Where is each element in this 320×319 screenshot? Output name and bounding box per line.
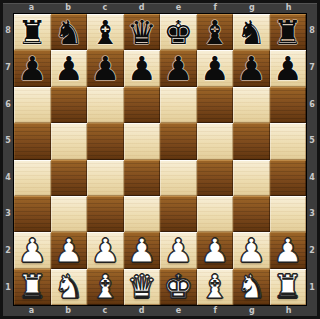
square-e2[interactable]: ♟ xyxy=(160,232,197,268)
file-label-a: a xyxy=(13,3,50,13)
rank-label-8: 8 xyxy=(3,13,13,50)
piece-black-rook[interactable]: ♜ xyxy=(17,16,47,49)
rank-label-8: 8 xyxy=(307,13,317,50)
piece-white-king[interactable]: ♚ xyxy=(163,270,193,303)
square-a4[interactable] xyxy=(14,160,51,196)
file-label-d: d xyxy=(123,3,160,13)
square-g8[interactable]: ♞ xyxy=(233,14,270,50)
file-label-d: d xyxy=(123,306,160,316)
piece-black-pawn[interactable]: ♟ xyxy=(236,52,266,85)
piece-black-knight[interactable]: ♞ xyxy=(54,16,84,49)
square-e8[interactable]: ♚ xyxy=(160,14,197,50)
piece-black-king[interactable]: ♚ xyxy=(163,16,193,49)
square-f4[interactable] xyxy=(197,160,234,196)
piece-black-pawn[interactable]: ♟ xyxy=(127,52,157,85)
rank-label-1: 1 xyxy=(307,269,317,306)
square-d7[interactable]: ♟ xyxy=(124,50,161,86)
square-h1[interactable]: ♜ xyxy=(270,269,307,305)
piece-black-pawn[interactable]: ♟ xyxy=(200,52,230,85)
piece-white-knight[interactable]: ♞ xyxy=(236,270,266,303)
file-label-b: b xyxy=(50,3,87,13)
file-label-c: c xyxy=(87,306,124,316)
square-f3[interactable] xyxy=(197,196,234,232)
piece-white-pawn[interactable]: ♟ xyxy=(236,234,266,267)
square-a1[interactable]: ♜ xyxy=(14,269,51,305)
piece-white-bishop[interactable]: ♝ xyxy=(90,270,120,303)
corner-bottom-right xyxy=(307,306,317,316)
square-b7[interactable]: ♟ xyxy=(51,50,88,86)
rank-label-3: 3 xyxy=(3,196,13,233)
square-a7[interactable]: ♟ xyxy=(14,50,51,86)
piece-black-bishop[interactable]: ♝ xyxy=(200,16,230,49)
square-c4[interactable] xyxy=(87,160,124,196)
corner-top-right xyxy=(307,3,317,13)
piece-black-queen[interactable]: ♛ xyxy=(127,16,157,49)
square-f2[interactable]: ♟ xyxy=(197,232,234,268)
square-h6[interactable] xyxy=(270,87,307,123)
square-d8[interactable]: ♛ xyxy=(124,14,161,50)
rank-label-7: 7 xyxy=(3,50,13,87)
square-a5[interactable] xyxy=(14,123,51,159)
piece-black-pawn[interactable]: ♟ xyxy=(163,52,193,85)
square-e7[interactable]: ♟ xyxy=(160,50,197,86)
square-b4[interactable] xyxy=(51,160,88,196)
corner-bottom-left xyxy=(3,306,13,316)
piece-white-pawn[interactable]: ♟ xyxy=(127,234,157,267)
square-c8[interactable]: ♝ xyxy=(87,14,124,50)
piece-black-pawn[interactable]: ♟ xyxy=(273,52,303,85)
square-c1[interactable]: ♝ xyxy=(87,269,124,305)
square-f5[interactable] xyxy=(197,123,234,159)
square-c7[interactable]: ♟ xyxy=(87,50,124,86)
square-c6[interactable] xyxy=(87,87,124,123)
square-d1[interactable]: ♛ xyxy=(124,269,161,305)
piece-white-pawn[interactable]: ♟ xyxy=(17,234,47,267)
square-c3[interactable] xyxy=(87,196,124,232)
square-e1[interactable]: ♚ xyxy=(160,269,197,305)
square-g6[interactable] xyxy=(233,87,270,123)
square-a8[interactable]: ♜ xyxy=(14,14,51,50)
square-b1[interactable]: ♞ xyxy=(51,269,88,305)
rank-label-1: 1 xyxy=(3,269,13,306)
square-h4[interactable] xyxy=(270,160,307,196)
square-h8[interactable]: ♜ xyxy=(270,14,307,50)
square-a6[interactable] xyxy=(14,87,51,123)
file-label-f: f xyxy=(197,3,234,13)
square-b2[interactable]: ♟ xyxy=(51,232,88,268)
rank-label-5: 5 xyxy=(3,123,13,160)
piece-white-pawn[interactable]: ♟ xyxy=(163,234,193,267)
rank-labels-right: 87654321 xyxy=(307,13,317,306)
piece-white-pawn[interactable]: ♟ xyxy=(90,234,120,267)
square-g3[interactable] xyxy=(233,196,270,232)
square-e6[interactable] xyxy=(160,87,197,123)
square-h5[interactable] xyxy=(270,123,307,159)
square-f8[interactable]: ♝ xyxy=(197,14,234,50)
board: ♜♞♝♛♚♝♞♜♟♟♟♟♟♟♟♟♟♟♟♟♟♟♟♟♜♞♝♛♚♝♞♜ xyxy=(13,13,307,306)
square-d6[interactable] xyxy=(124,87,161,123)
rank-label-4: 4 xyxy=(3,160,13,197)
square-d3[interactable] xyxy=(124,196,161,232)
rank-label-7: 7 xyxy=(307,50,317,87)
piece-black-pawn[interactable]: ♟ xyxy=(17,52,47,85)
corner-top-left xyxy=(3,3,13,13)
rank-label-6: 6 xyxy=(3,86,13,123)
file-label-h: h xyxy=(270,3,307,13)
file-labels-top: abcdefgh xyxy=(3,3,317,13)
square-e3[interactable] xyxy=(160,196,197,232)
rank-label-5: 5 xyxy=(307,123,317,160)
piece-white-queen[interactable]: ♛ xyxy=(127,270,157,303)
square-g4[interactable] xyxy=(233,160,270,196)
piece-white-bishop[interactable]: ♝ xyxy=(200,270,230,303)
file-labels-bottom: abcdefgh xyxy=(3,306,317,316)
square-b6[interactable] xyxy=(51,87,88,123)
square-f6[interactable] xyxy=(197,87,234,123)
square-e4[interactable] xyxy=(160,160,197,196)
square-e5[interactable] xyxy=(160,123,197,159)
file-label-b: b xyxy=(50,306,87,316)
rank-label-3: 3 xyxy=(307,196,317,233)
piece-black-rook[interactable]: ♜ xyxy=(273,16,303,49)
rank-label-4: 4 xyxy=(307,160,317,197)
square-b3[interactable] xyxy=(51,196,88,232)
square-a3[interactable] xyxy=(14,196,51,232)
square-h3[interactable] xyxy=(270,196,307,232)
square-d4[interactable] xyxy=(124,160,161,196)
square-b5[interactable] xyxy=(51,123,88,159)
square-f1[interactable]: ♝ xyxy=(197,269,234,305)
piece-black-bishop[interactable]: ♝ xyxy=(90,16,120,49)
piece-white-pawn[interactable]: ♟ xyxy=(200,234,230,267)
rank-labels-left: 87654321 xyxy=(3,13,13,306)
square-g2[interactable]: ♟ xyxy=(233,232,270,268)
square-g5[interactable] xyxy=(233,123,270,159)
rank-label-2: 2 xyxy=(3,233,13,270)
piece-white-rook[interactable]: ♜ xyxy=(273,270,303,303)
square-c5[interactable] xyxy=(87,123,124,159)
square-h7[interactable]: ♟ xyxy=(270,50,307,86)
file-label-e: e xyxy=(160,3,197,13)
piece-white-pawn[interactable]: ♟ xyxy=(273,234,303,267)
square-f7[interactable]: ♟ xyxy=(197,50,234,86)
piece-black-knight[interactable]: ♞ xyxy=(236,16,266,49)
square-a2[interactable]: ♟ xyxy=(14,232,51,268)
file-label-a: a xyxy=(13,306,50,316)
file-label-g: g xyxy=(234,3,271,13)
rank-label-2: 2 xyxy=(307,233,317,270)
square-c2[interactable]: ♟ xyxy=(87,232,124,268)
square-b8[interactable]: ♞ xyxy=(51,14,88,50)
piece-white-pawn[interactable]: ♟ xyxy=(54,234,84,267)
square-g1[interactable]: ♞ xyxy=(233,269,270,305)
piece-white-knight[interactable]: ♞ xyxy=(54,270,84,303)
rank-label-6: 6 xyxy=(307,86,317,123)
square-d5[interactable] xyxy=(124,123,161,159)
piece-black-pawn[interactable]: ♟ xyxy=(90,52,120,85)
chess-board-widget: abcdefgh 87654321 ♜♞♝♛♚♝♞♜♟♟♟♟♟♟♟♟♟♟♟♟♟♟… xyxy=(0,0,320,319)
file-label-e: e xyxy=(160,306,197,316)
square-g7[interactable]: ♟ xyxy=(233,50,270,86)
file-label-g: g xyxy=(234,306,271,316)
piece-black-pawn[interactable]: ♟ xyxy=(54,52,84,85)
square-h2[interactable]: ♟ xyxy=(270,232,307,268)
file-label-f: f xyxy=(197,306,234,316)
piece-white-rook[interactable]: ♜ xyxy=(17,270,47,303)
square-d2[interactable]: ♟ xyxy=(124,232,161,268)
board-middle: 87654321 ♜♞♝♛♚♝♞♜♟♟♟♟♟♟♟♟♟♟♟♟♟♟♟♟♜♞♝♛♚♝♞… xyxy=(3,13,317,306)
file-label-c: c xyxy=(87,3,124,13)
file-label-h: h xyxy=(270,306,307,316)
